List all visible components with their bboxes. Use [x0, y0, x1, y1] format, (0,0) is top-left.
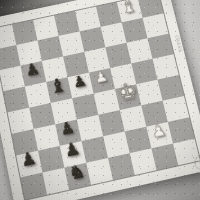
- maker-badge-knight-icon: ♞: [197, 157, 200, 168]
- piece-white-bishop-g8[interactable]: ♝: [119, 0, 139, 16]
- piece-black-pawn-d5[interactable]: ♟: [72, 73, 88, 90]
- board-edge-brand-text: CHESS: [174, 35, 183, 54]
- photo-scene: CHESS ♞ ♝♟♝♟♟♚♟♟♟♞♟: [0, 0, 200, 200]
- piece-black-pawn-c3[interactable]: ♟: [59, 120, 76, 139]
- piece-black-pawn-c2[interactable]: ♟: [63, 140, 82, 160]
- piece-white-king-f4[interactable]: ♚: [115, 79, 139, 104]
- board-grid: [0, 0, 200, 200]
- piece-black-pawn-b6[interactable]: ♟: [24, 61, 41, 79]
- piece-black-knight-c1[interactable]: ♞: [67, 161, 87, 183]
- chess-board: CHESS ♞ ♝♟♝♟♟♚♟♟♟♞♟: [0, 0, 200, 200]
- piece-black-pawn-a2[interactable]: ♟: [19, 150, 38, 170]
- piece-black-bishop-c5[interactable]: ♝: [48, 75, 68, 97]
